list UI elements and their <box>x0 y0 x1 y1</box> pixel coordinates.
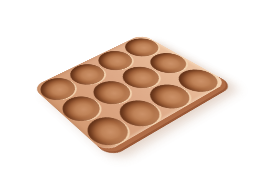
muffin-pan <box>32 34 228 153</box>
muffin-cup-grid <box>32 34 228 153</box>
product-photo-canvas <box>0 0 260 190</box>
